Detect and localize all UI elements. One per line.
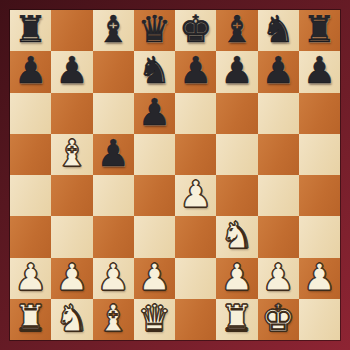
square-h4[interactable] xyxy=(299,175,340,216)
square-a3[interactable] xyxy=(10,216,51,257)
board-frame: ♜♝♛♚♝♞♜♟♟♞♟♟♟♟♟♝♟♟♞♟♟♟♟♟♟♟♜♞♝♛♜♚ xyxy=(0,0,350,350)
square-e3[interactable] xyxy=(175,216,216,257)
square-f5[interactable] xyxy=(216,134,257,175)
square-f2[interactable]: ♟ xyxy=(216,258,257,299)
piece-black-pawn[interactable]: ♟ xyxy=(262,52,295,89)
square-a5[interactable] xyxy=(10,134,51,175)
square-b4[interactable] xyxy=(51,175,92,216)
square-c2[interactable]: ♟ xyxy=(93,258,134,299)
piece-white-pawn[interactable]: ♟ xyxy=(97,259,130,296)
piece-white-rook[interactable]: ♜ xyxy=(220,300,253,337)
square-g4[interactable] xyxy=(258,175,299,216)
square-b3[interactable] xyxy=(51,216,92,257)
square-d4[interactable] xyxy=(134,175,175,216)
square-d3[interactable] xyxy=(134,216,175,257)
square-c5[interactable]: ♟ xyxy=(93,134,134,175)
square-a1[interactable]: ♜ xyxy=(10,299,51,340)
square-c7[interactable] xyxy=(93,51,134,92)
chess-board: ♜♝♛♚♝♞♜♟♟♞♟♟♟♟♟♝♟♟♞♟♟♟♟♟♟♟♜♞♝♛♜♚ xyxy=(10,10,340,340)
square-d7[interactable]: ♞ xyxy=(134,51,175,92)
square-b7[interactable]: ♟ xyxy=(51,51,92,92)
piece-black-rook[interactable]: ♜ xyxy=(14,11,47,48)
square-h8[interactable]: ♜ xyxy=(299,10,340,51)
square-f7[interactable]: ♟ xyxy=(216,51,257,92)
piece-black-rook[interactable]: ♜ xyxy=(303,11,336,48)
square-h7[interactable]: ♟ xyxy=(299,51,340,92)
square-c4[interactable] xyxy=(93,175,134,216)
piece-white-knight[interactable]: ♞ xyxy=(55,300,88,337)
square-d6[interactable]: ♟ xyxy=(134,93,175,134)
square-e8[interactable]: ♚ xyxy=(175,10,216,51)
piece-black-pawn[interactable]: ♟ xyxy=(179,52,212,89)
piece-black-pawn[interactable]: ♟ xyxy=(14,52,47,89)
piece-white-knight[interactable]: ♞ xyxy=(220,217,253,254)
piece-white-pawn[interactable]: ♟ xyxy=(55,259,88,296)
square-h2[interactable]: ♟ xyxy=(299,258,340,299)
piece-black-pawn[interactable]: ♟ xyxy=(55,52,88,89)
square-c3[interactable] xyxy=(93,216,134,257)
square-d1[interactable]: ♛ xyxy=(134,299,175,340)
piece-white-queen[interactable]: ♛ xyxy=(138,300,171,337)
piece-black-pawn[interactable]: ♟ xyxy=(220,52,253,89)
square-e2[interactable] xyxy=(175,258,216,299)
square-f1[interactable]: ♜ xyxy=(216,299,257,340)
square-b1[interactable]: ♞ xyxy=(51,299,92,340)
square-h1[interactable] xyxy=(299,299,340,340)
piece-white-pawn[interactable]: ♟ xyxy=(179,176,212,213)
piece-white-bishop[interactable]: ♝ xyxy=(97,300,130,337)
square-d2[interactable]: ♟ xyxy=(134,258,175,299)
square-c6[interactable] xyxy=(93,93,134,134)
piece-white-pawn[interactable]: ♟ xyxy=(138,259,171,296)
piece-black-pawn[interactable]: ♟ xyxy=(138,94,171,131)
square-g5[interactable] xyxy=(258,134,299,175)
square-g2[interactable]: ♟ xyxy=(258,258,299,299)
piece-white-pawn[interactable]: ♟ xyxy=(220,259,253,296)
square-h3[interactable] xyxy=(299,216,340,257)
square-a8[interactable]: ♜ xyxy=(10,10,51,51)
piece-black-queen[interactable]: ♛ xyxy=(138,11,171,48)
square-f4[interactable] xyxy=(216,175,257,216)
square-g6[interactable] xyxy=(258,93,299,134)
square-e5[interactable] xyxy=(175,134,216,175)
square-b2[interactable]: ♟ xyxy=(51,258,92,299)
square-d5[interactable] xyxy=(134,134,175,175)
square-a2[interactable]: ♟ xyxy=(10,258,51,299)
square-b6[interactable] xyxy=(51,93,92,134)
square-a4[interactable] xyxy=(10,175,51,216)
piece-black-bishop[interactable]: ♝ xyxy=(220,11,253,48)
square-g8[interactable]: ♞ xyxy=(258,10,299,51)
piece-white-bishop[interactable]: ♝ xyxy=(55,135,88,172)
piece-black-pawn[interactable]: ♟ xyxy=(97,135,130,172)
square-e6[interactable] xyxy=(175,93,216,134)
piece-white-pawn[interactable]: ♟ xyxy=(262,259,295,296)
piece-white-pawn[interactable]: ♟ xyxy=(14,259,47,296)
square-f3[interactable]: ♞ xyxy=(216,216,257,257)
square-g1[interactable]: ♚ xyxy=(258,299,299,340)
square-g7[interactable]: ♟ xyxy=(258,51,299,92)
square-e1[interactable] xyxy=(175,299,216,340)
piece-white-rook[interactable]: ♜ xyxy=(14,300,47,337)
piece-black-king[interactable]: ♚ xyxy=(179,11,212,48)
square-a7[interactable]: ♟ xyxy=(10,51,51,92)
piece-black-knight[interactable]: ♞ xyxy=(262,11,295,48)
square-b8[interactable] xyxy=(51,10,92,51)
square-c1[interactable]: ♝ xyxy=(93,299,134,340)
piece-black-knight[interactable]: ♞ xyxy=(138,52,171,89)
square-a6[interactable] xyxy=(10,93,51,134)
piece-black-pawn[interactable]: ♟ xyxy=(303,52,336,89)
square-d8[interactable]: ♛ xyxy=(134,10,175,51)
square-b5[interactable]: ♝ xyxy=(51,134,92,175)
piece-black-bishop[interactable]: ♝ xyxy=(97,11,130,48)
square-e4[interactable]: ♟ xyxy=(175,175,216,216)
piece-white-pawn[interactable]: ♟ xyxy=(303,259,336,296)
square-h5[interactable] xyxy=(299,134,340,175)
square-c8[interactable]: ♝ xyxy=(93,10,134,51)
square-e7[interactable]: ♟ xyxy=(175,51,216,92)
square-g3[interactable] xyxy=(258,216,299,257)
piece-white-king[interactable]: ♚ xyxy=(262,300,295,337)
square-f8[interactable]: ♝ xyxy=(216,10,257,51)
square-f6[interactable] xyxy=(216,93,257,134)
square-h6[interactable] xyxy=(299,93,340,134)
